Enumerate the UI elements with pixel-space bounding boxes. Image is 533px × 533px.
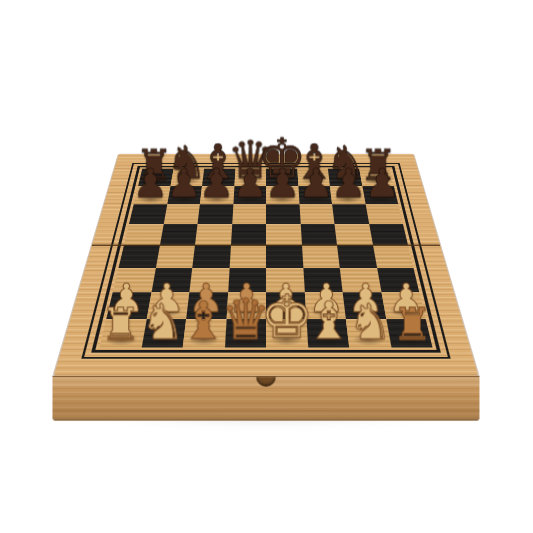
piece-black-pawn-h7[interactable]: ♟ xyxy=(346,164,416,204)
square-d5[interactable] xyxy=(231,224,267,245)
square-e4[interactable] xyxy=(266,245,303,268)
square-a4[interactable] xyxy=(119,245,160,268)
board-grid: ♜♞♝♛♚♝♞♜♟♟♟♟♟♟♟♟♟♟♟♟♟♟♟♟♜♞♝♛♚♝♞♜ xyxy=(99,169,432,348)
square-c5[interactable] xyxy=(195,224,232,245)
square-d4[interactable] xyxy=(229,245,266,268)
square-h6[interactable] xyxy=(365,204,403,224)
square-h1[interactable]: ♜ xyxy=(386,319,433,348)
square-c4[interactable] xyxy=(192,245,230,268)
square-g4[interactable] xyxy=(337,245,377,268)
photo-backdrop: ♜♞♝♛♚♝♞♜♟♟♟♟♟♟♟♟♟♟♟♟♟♟♟♟♜♞♝♛♚♝♞♜ xyxy=(0,0,533,533)
square-f6[interactable] xyxy=(299,204,334,224)
square-h4[interactable] xyxy=(373,245,414,268)
front-edge xyxy=(52,376,479,421)
square-b4[interactable] xyxy=(155,245,195,268)
square-h7[interactable]: ♟ xyxy=(362,186,398,204)
square-a5[interactable] xyxy=(124,224,163,245)
square-a6[interactable] xyxy=(129,204,167,224)
finger-notch-icon xyxy=(256,377,276,387)
chess-board: ♜♞♝♛♚♝♞♜♟♟♟♟♟♟♟♟♟♟♟♟♟♟♟♟♜♞♝♛♚♝♞♜ xyxy=(54,154,479,375)
square-d6[interactable] xyxy=(232,204,266,224)
square-b6[interactable] xyxy=(163,204,200,224)
square-g5[interactable] xyxy=(334,224,372,245)
square-g6[interactable] xyxy=(332,204,369,224)
piece-white-rook-h1[interactable]: ♜ xyxy=(367,302,455,347)
square-c6[interactable] xyxy=(198,204,233,224)
square-b5[interactable] xyxy=(160,224,198,245)
square-h5[interactable] xyxy=(369,224,408,245)
square-f5[interactable] xyxy=(300,224,337,245)
square-f4[interactable] xyxy=(302,245,340,268)
square-e5[interactable] xyxy=(266,224,302,245)
square-e6[interactable] xyxy=(266,204,300,224)
